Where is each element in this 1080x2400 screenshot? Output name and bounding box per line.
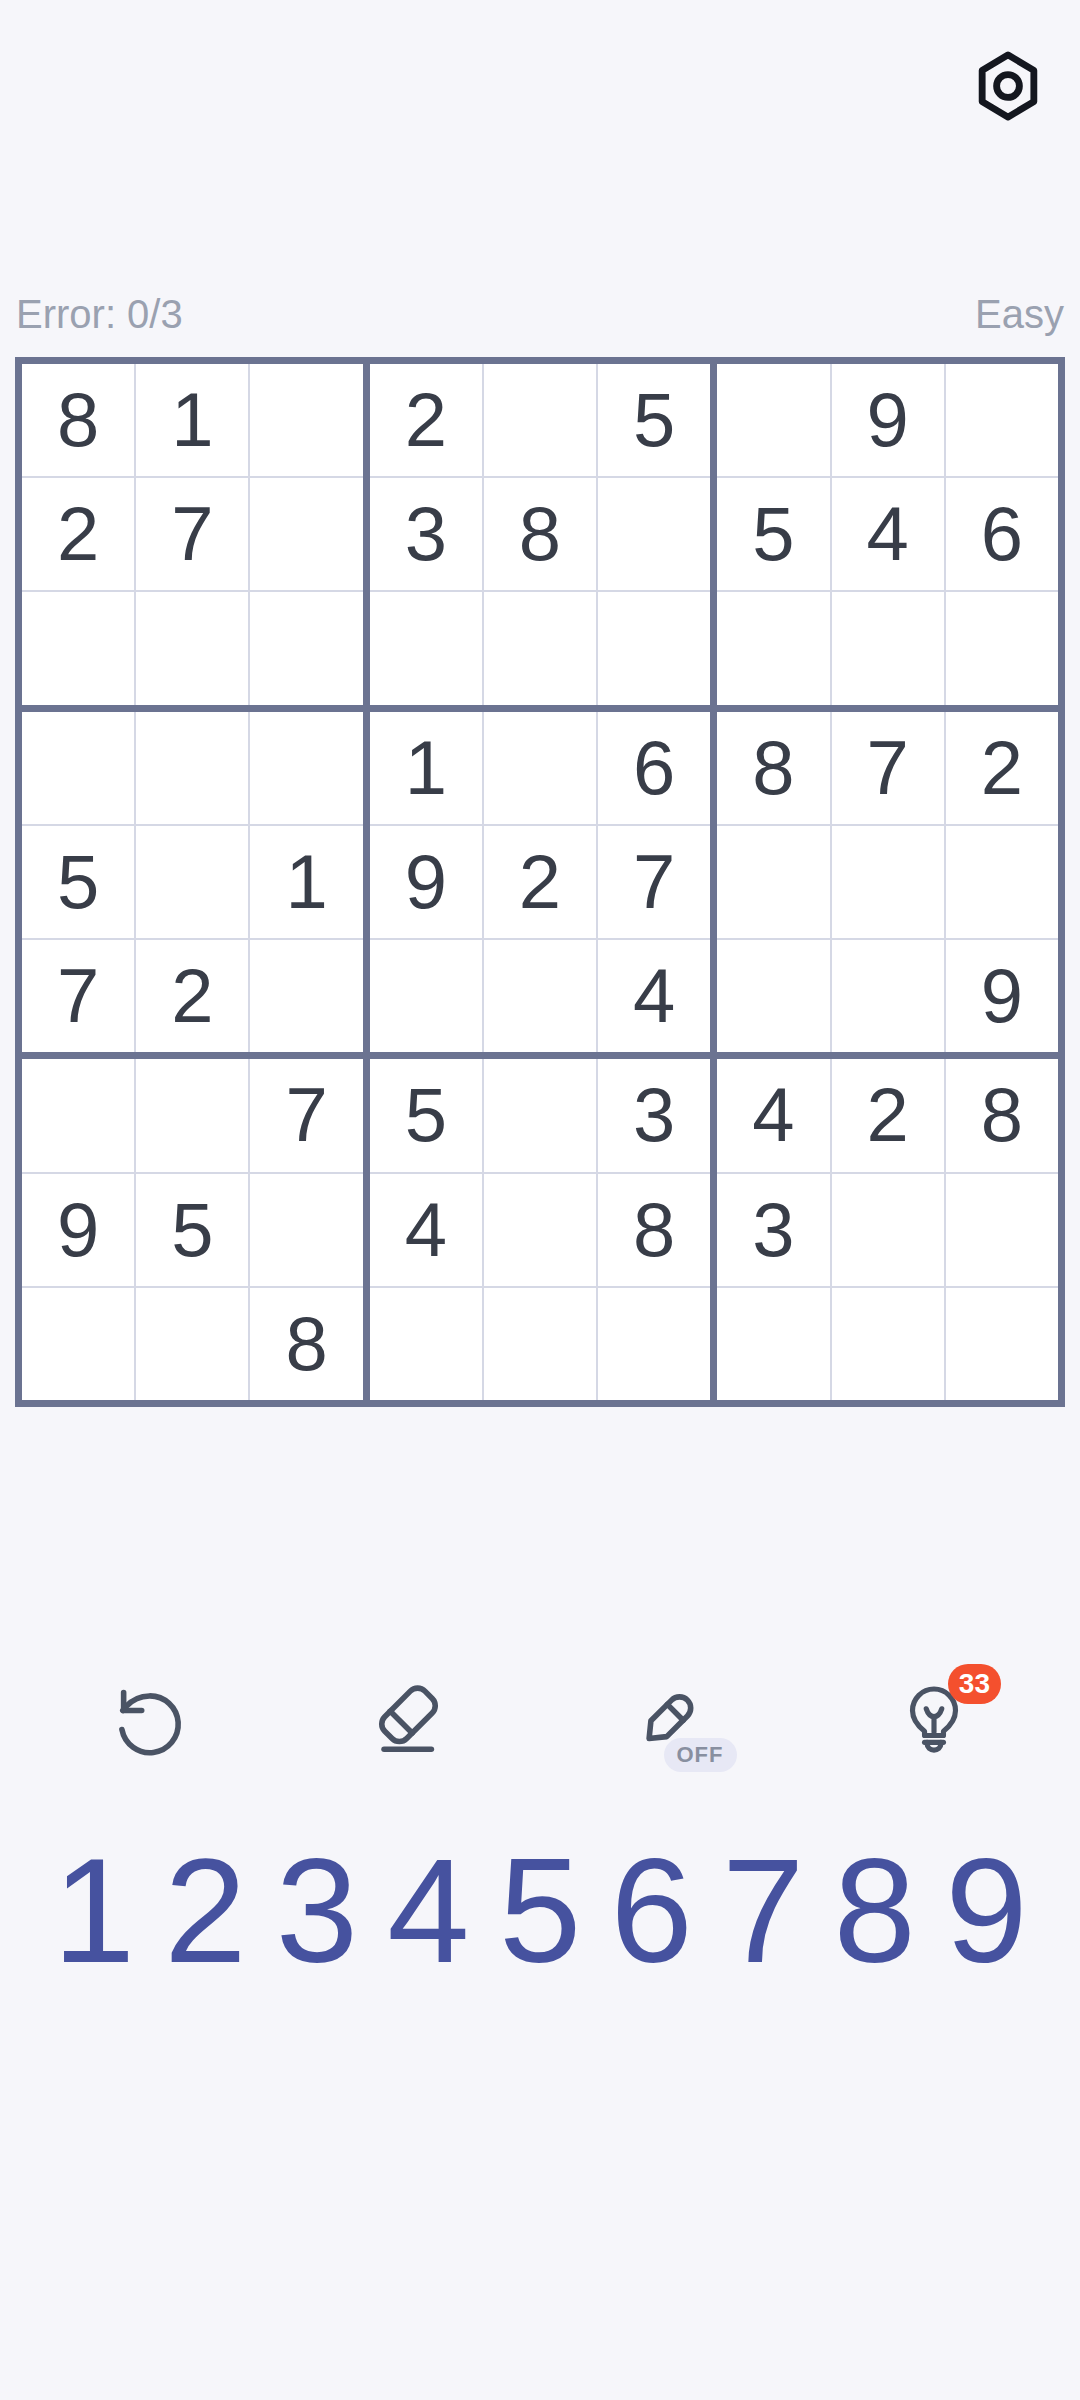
cell-r1c7[interactable] (717, 364, 829, 476)
cell-r5c6[interactable]: 7 (598, 826, 710, 938)
box-1: 8127 (22, 364, 363, 705)
box-2: 2538 (370, 364, 711, 705)
box-7: 7958 (22, 1059, 363, 1400)
settings-button[interactable] (966, 44, 1050, 128)
cell-r6c9[interactable]: 9 (946, 940, 1058, 1052)
cell-r7c1[interactable] (22, 1059, 134, 1171)
cell-r5c4[interactable]: 9 (370, 826, 482, 938)
cell-r2c8[interactable]: 4 (832, 478, 944, 590)
box-4: 5172 (22, 712, 363, 1053)
cell-r8c6[interactable]: 8 (598, 1174, 710, 1286)
cell-r3c5[interactable] (484, 592, 596, 704)
cell-r8c8[interactable] (832, 1174, 944, 1286)
cell-r9c2[interactable] (136, 1288, 248, 1400)
cell-r5c2[interactable] (136, 826, 248, 938)
cell-r9c5[interactable] (484, 1288, 596, 1400)
error-counter: Error: 0/3 (16, 292, 183, 337)
cell-r7c6[interactable]: 3 (598, 1059, 710, 1171)
cell-r4c7[interactable]: 8 (717, 712, 829, 824)
cell-r1c8[interactable]: 9 (832, 364, 944, 476)
status-row: Error: 0/3 Easy (16, 292, 1064, 337)
cell-r3c3[interactable] (250, 592, 362, 704)
cell-r1c1[interactable]: 8 (22, 364, 134, 476)
cell-r9c6[interactable] (598, 1288, 710, 1400)
cell-r3c7[interactable] (717, 592, 829, 704)
cell-r2c1[interactable]: 2 (22, 478, 134, 590)
cell-r7c7[interactable]: 4 (717, 1059, 829, 1171)
cell-r5c3[interactable]: 1 (250, 826, 362, 938)
cell-r3c8[interactable] (832, 592, 944, 704)
cell-r7c9[interactable]: 8 (946, 1059, 1058, 1171)
numpad-8[interactable]: 8 (819, 1828, 931, 1993)
cell-r8c2[interactable]: 5 (136, 1174, 248, 1286)
cell-r6c2[interactable]: 2 (136, 940, 248, 1052)
cell-r6c4[interactable] (370, 940, 482, 1052)
cell-r2c2[interactable]: 7 (136, 478, 248, 590)
settings-hexagon-icon (970, 48, 1046, 124)
cell-r1c5[interactable] (484, 364, 596, 476)
cell-r3c9[interactable] (946, 592, 1058, 704)
cell-r6c3[interactable] (250, 940, 362, 1052)
cell-r8c5[interactable] (484, 1174, 596, 1286)
cell-r9c3[interactable]: 8 (250, 1288, 362, 1400)
cell-r7c4[interactable]: 5 (370, 1059, 482, 1171)
cell-r3c2[interactable] (136, 592, 248, 704)
undo-icon (103, 1677, 189, 1763)
numpad-3[interactable]: 3 (261, 1828, 373, 1993)
cell-r8c1[interactable]: 9 (22, 1174, 134, 1286)
difficulty-label: Easy (975, 292, 1064, 337)
notes-state-pill: OFF (664, 1738, 737, 1772)
cell-r8c9[interactable] (946, 1174, 1058, 1286)
box-9: 4283 (717, 1059, 1058, 1400)
cell-r8c4[interactable]: 4 (370, 1174, 482, 1286)
cell-r5c5[interactable]: 2 (484, 826, 596, 938)
cell-r7c3[interactable]: 7 (250, 1059, 362, 1171)
eraser-icon (366, 1677, 452, 1763)
cell-r6c1[interactable]: 7 (22, 940, 134, 1052)
cell-r1c4[interactable]: 2 (370, 364, 482, 476)
cell-r3c6[interactable] (598, 592, 710, 704)
sudoku-board: 81272538954651721692748729795853484283 (15, 357, 1065, 1407)
cell-r7c8[interactable]: 2 (832, 1059, 944, 1171)
cell-r2c6[interactable] (598, 478, 710, 590)
cell-r7c5[interactable] (484, 1059, 596, 1171)
cell-r1c2[interactable]: 1 (136, 364, 248, 476)
cell-r4c5[interactable] (484, 712, 596, 824)
cell-r2c5[interactable]: 8 (484, 478, 596, 590)
box-6: 8729 (717, 712, 1058, 1053)
cell-r4c6[interactable]: 6 (598, 712, 710, 824)
numpad-7[interactable]: 7 (707, 1828, 819, 1993)
cell-r4c9[interactable]: 2 (946, 712, 1058, 824)
hint-count-badge: 33 (948, 1664, 1001, 1704)
cell-r2c7[interactable]: 5 (717, 478, 829, 590)
numpad-2[interactable]: 2 (150, 1828, 262, 1993)
cell-r9c9[interactable] (946, 1288, 1058, 1400)
cell-r9c8[interactable] (832, 1288, 944, 1400)
toolbar: OFF 33 (15, 1650, 1065, 1790)
cell-r3c1[interactable] (22, 592, 134, 704)
cell-r6c7[interactable] (717, 940, 829, 1052)
cell-r4c1[interactable] (22, 712, 134, 824)
cell-r6c5[interactable] (484, 940, 596, 1052)
cell-r2c4[interactable]: 3 (370, 478, 482, 590)
erase-button[interactable] (278, 1650, 541, 1790)
cell-r2c9[interactable]: 6 (946, 478, 1058, 590)
cell-r6c6[interactable]: 4 (598, 940, 710, 1052)
cell-r1c9[interactable] (946, 364, 1058, 476)
cell-r9c4[interactable] (370, 1288, 482, 1400)
box-8: 5348 (370, 1059, 711, 1400)
numpad: 123456789 (38, 1828, 1042, 1993)
box-5: 169274 (370, 712, 711, 1053)
cell-r9c7[interactable] (717, 1288, 829, 1400)
numpad-9[interactable]: 9 (931, 1828, 1043, 1993)
cell-r4c2[interactable] (136, 712, 248, 824)
cell-r9c1[interactable] (22, 1288, 134, 1400)
cell-r1c6[interactable]: 5 (598, 364, 710, 476)
box-3: 9546 (717, 364, 1058, 705)
cell-r8c3[interactable] (250, 1174, 362, 1286)
numpad-5[interactable]: 5 (484, 1828, 596, 1993)
numpad-4[interactable]: 4 (373, 1828, 485, 1993)
cell-r5c1[interactable]: 5 (22, 826, 134, 938)
notes-button[interactable]: OFF (540, 1650, 803, 1790)
hint-button[interactable]: 33 (803, 1650, 1066, 1790)
cell-r4c4[interactable]: 1 (370, 712, 482, 824)
cell-r5c7[interactable] (717, 826, 829, 938)
cell-r4c3[interactable] (250, 712, 362, 824)
cell-r5c8[interactable] (832, 826, 944, 938)
cell-r8c7[interactable]: 3 (717, 1174, 829, 1286)
cell-r7c2[interactable] (136, 1059, 248, 1171)
cell-r3c4[interactable] (370, 592, 482, 704)
cell-r5c9[interactable] (946, 826, 1058, 938)
numpad-6[interactable]: 6 (596, 1828, 708, 1993)
numpad-1[interactable]: 1 (38, 1828, 150, 1993)
cell-r6c8[interactable] (832, 940, 944, 1052)
cell-r2c3[interactable] (250, 478, 362, 590)
cell-r4c8[interactable]: 7 (832, 712, 944, 824)
undo-button[interactable] (15, 1650, 278, 1790)
cell-r1c3[interactable] (250, 364, 362, 476)
